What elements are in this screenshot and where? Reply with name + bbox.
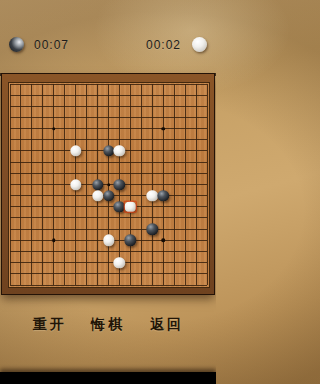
star-point [161,127,165,131]
grid-line [10,217,207,218]
stone-black [103,190,114,201]
grid-line [185,84,186,285]
stone-black [147,223,158,234]
last-move-marker [124,201,137,214]
grid-line [207,84,208,285]
star-point [161,239,165,243]
grid-line [174,84,175,285]
grid-line [152,84,153,285]
gomoku-app: 00:07 00:02 重开 悔棋 返回 [0,0,216,384]
stone-white [92,190,103,201]
undo-button[interactable]: 悔棋 [91,314,125,334]
restart-button[interactable]: 重开 [33,314,67,334]
grid-line [10,285,207,286]
stone-white [147,190,158,201]
star-point [107,183,111,187]
grid-line [10,273,207,274]
stone-white [114,257,125,268]
stone-black [125,235,136,246]
grid-line [196,84,197,285]
action-bar: 重开 悔棋 返回 [0,314,216,336]
star-point [52,239,56,243]
grid-line [10,229,207,230]
grid-line [10,206,207,207]
black-stone-icon [9,37,24,52]
stone-black [103,145,114,156]
grid-lines [10,84,207,285]
grid-line [10,262,207,263]
grid-line [130,84,131,285]
stone-black [158,190,169,201]
system-nav-bar [0,372,216,384]
stone-white [70,179,81,190]
stone-black [114,179,125,190]
stone-white [114,145,125,156]
board-frame [2,74,214,294]
stone-black [92,179,103,190]
stone-white [103,235,114,246]
grid-line [163,84,164,285]
white-timer: 00:02 [146,38,181,52]
top-bar: 00:07 00:02 [0,30,216,58]
game-board[interactable] [8,82,210,288]
stone-white [70,145,81,156]
back-button[interactable]: 返回 [150,314,184,334]
black-timer: 00:07 [34,38,69,52]
white-stone-icon [192,37,207,52]
grid-line [141,84,142,285]
grid-line [10,251,207,252]
star-point [52,127,56,131]
